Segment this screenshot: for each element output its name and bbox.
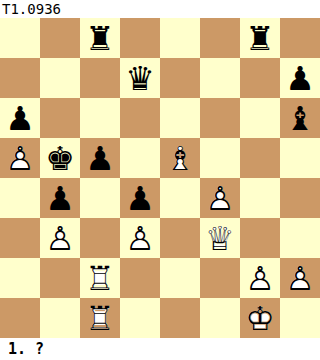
square-c4[interactable] (80, 178, 120, 218)
piece-black-queen: ♛ (120, 58, 160, 98)
square-e6[interactable] (160, 98, 200, 138)
square-h2[interactable]: ♟♙ (280, 258, 320, 298)
piece-white-queen-fill: ♛ (200, 218, 240, 258)
square-g5[interactable] (240, 138, 280, 178)
square-g4[interactable] (240, 178, 280, 218)
square-f5[interactable] (200, 138, 240, 178)
square-h8[interactable] (280, 18, 320, 58)
square-g6[interactable] (240, 98, 280, 138)
piece-white-pawn: ♙ (200, 178, 240, 218)
square-e4[interactable] (160, 178, 200, 218)
piece-white-pawn: ♙ (240, 258, 280, 298)
piece-black-pawn: ♟ (80, 138, 120, 178)
square-h7[interactable]: ♟ (280, 58, 320, 98)
square-g3[interactable] (240, 218, 280, 258)
square-a2[interactable] (0, 258, 40, 298)
piece-white-pawn-fill: ♟ (40, 218, 80, 258)
square-a6[interactable]: ♟ (0, 98, 40, 138)
piece-white-king: ♔ (240, 298, 280, 338)
square-g2[interactable]: ♟♙ (240, 258, 280, 298)
move-prompt: 1. ? (0, 338, 320, 360)
square-f6[interactable] (200, 98, 240, 138)
square-c3[interactable] (80, 218, 120, 258)
piece-black-pawn: ♟ (120, 178, 160, 218)
square-b6[interactable] (40, 98, 80, 138)
square-a8[interactable] (0, 18, 40, 58)
square-b2[interactable] (40, 258, 80, 298)
piece-white-pawn-fill: ♟ (120, 218, 160, 258)
piece-white-pawn-fill: ♟ (280, 258, 320, 298)
chess-board: ♜♜♛♟♟♝♟♙♚♟♝♗♟♟♟♙♟♙♟♙♛♕♜♖♟♙♟♙♜♖♚♔ (0, 18, 320, 338)
piece-white-pawn: ♙ (40, 218, 80, 258)
square-d6[interactable] (120, 98, 160, 138)
square-f3[interactable]: ♛♕ (200, 218, 240, 258)
square-c8[interactable]: ♜ (80, 18, 120, 58)
piece-white-bishop: ♗ (160, 138, 200, 178)
square-c7[interactable] (80, 58, 120, 98)
square-c1[interactable]: ♜♖ (80, 298, 120, 338)
piece-white-pawn-fill: ♟ (0, 138, 40, 178)
square-h6[interactable]: ♝ (280, 98, 320, 138)
square-a1[interactable] (0, 298, 40, 338)
piece-black-pawn: ♟ (0, 98, 40, 138)
square-d4[interactable]: ♟ (120, 178, 160, 218)
square-f4[interactable]: ♟♙ (200, 178, 240, 218)
square-a5[interactable]: ♟♙ (0, 138, 40, 178)
square-g7[interactable] (240, 58, 280, 98)
square-e1[interactable] (160, 298, 200, 338)
square-d2[interactable] (120, 258, 160, 298)
square-e3[interactable] (160, 218, 200, 258)
square-b7[interactable] (40, 58, 80, 98)
piece-black-king: ♚ (40, 138, 80, 178)
square-d8[interactable] (120, 18, 160, 58)
piece-white-pawn-fill: ♟ (240, 258, 280, 298)
piece-black-rook: ♜ (240, 18, 280, 58)
square-d5[interactable] (120, 138, 160, 178)
piece-white-pawn: ♙ (280, 258, 320, 298)
square-b3[interactable]: ♟♙ (40, 218, 80, 258)
square-d1[interactable] (120, 298, 160, 338)
square-b5[interactable]: ♚ (40, 138, 80, 178)
square-e7[interactable] (160, 58, 200, 98)
square-f7[interactable] (200, 58, 240, 98)
square-a7[interactable] (0, 58, 40, 98)
piece-white-rook-fill: ♜ (80, 298, 120, 338)
piece-white-pawn: ♙ (120, 218, 160, 258)
diagram-title: T1.0936 (0, 0, 320, 18)
square-g8[interactable]: ♜ (240, 18, 280, 58)
piece-white-pawn-fill: ♟ (200, 178, 240, 218)
square-a3[interactable] (0, 218, 40, 258)
square-d7[interactable]: ♛ (120, 58, 160, 98)
square-h4[interactable] (280, 178, 320, 218)
square-f8[interactable] (200, 18, 240, 58)
square-h5[interactable] (280, 138, 320, 178)
piece-white-rook: ♖ (80, 258, 120, 298)
piece-white-pawn: ♙ (0, 138, 40, 178)
square-b1[interactable] (40, 298, 80, 338)
piece-black-bishop: ♝ (280, 98, 320, 138)
piece-white-queen: ♕ (200, 218, 240, 258)
square-f1[interactable] (200, 298, 240, 338)
square-f2[interactable] (200, 258, 240, 298)
piece-white-king-fill: ♚ (240, 298, 280, 338)
chess-puzzle-window: T1.0936 ♜♜♛♟♟♝♟♙♚♟♝♗♟♟♟♙♟♙♟♙♛♕♜♖♟♙♟♙♜♖♚♔… (0, 0, 320, 360)
square-d3[interactable]: ♟♙ (120, 218, 160, 258)
piece-white-bishop-fill: ♝ (160, 138, 200, 178)
square-e5[interactable]: ♝♗ (160, 138, 200, 178)
piece-black-rook: ♜ (80, 18, 120, 58)
square-b4[interactable]: ♟ (40, 178, 80, 218)
square-e8[interactable] (160, 18, 200, 58)
piece-white-rook: ♖ (80, 298, 120, 338)
piece-white-rook-fill: ♜ (80, 258, 120, 298)
square-a4[interactable] (0, 178, 40, 218)
square-c2[interactable]: ♜♖ (80, 258, 120, 298)
square-c6[interactable] (80, 98, 120, 138)
square-b8[interactable] (40, 18, 80, 58)
piece-black-pawn: ♟ (40, 178, 80, 218)
piece-black-pawn: ♟ (280, 58, 320, 98)
square-h3[interactable] (280, 218, 320, 258)
square-g1[interactable]: ♚♔ (240, 298, 280, 338)
square-e2[interactable] (160, 258, 200, 298)
square-h1[interactable] (280, 298, 320, 338)
square-c5[interactable]: ♟ (80, 138, 120, 178)
